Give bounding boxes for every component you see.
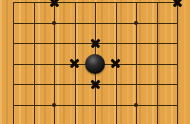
board-grid <box>3 0 188 124</box>
intersection-c8-r4[interactable] <box>146 53 167 74</box>
x-marker <box>90 79 100 89</box>
intersection-c1-r6[interactable] <box>3 94 24 115</box>
intersection-c2-r2[interactable] <box>23 12 44 33</box>
intersection-c5-r1[interactable] <box>85 0 106 12</box>
intersection-c7-r3[interactable] <box>126 33 147 54</box>
intersection-c4-r6[interactable] <box>64 94 85 115</box>
intersection-c3-r7[interactable] <box>44 115 65 124</box>
intersection-c8-r2[interactable] <box>146 12 167 33</box>
intersection-c7-r1[interactable] <box>126 0 147 12</box>
intersection-c6-r4[interactable] <box>105 53 126 74</box>
intersection-c5-r2[interactable] <box>85 12 106 33</box>
intersection-c3-r1[interactable] <box>44 0 65 12</box>
intersection-c6-r6[interactable] <box>105 94 126 115</box>
intersection-c2-r3[interactable] <box>23 33 44 54</box>
intersection-c5-r7[interactable] <box>85 115 106 124</box>
x-marker <box>70 59 80 69</box>
x-marker <box>172 0 182 7</box>
intersection-c5-r3[interactable] <box>85 33 106 54</box>
intersection-c9-r5[interactable] <box>167 74 188 95</box>
intersection-c4-r2[interactable] <box>64 12 85 33</box>
intersection-c8-r3[interactable] <box>146 33 167 54</box>
intersection-c2-r5[interactable] <box>23 74 44 95</box>
intersection-c1-r2[interactable] <box>3 12 24 33</box>
star-point <box>134 103 138 107</box>
intersection-c6-r3[interactable] <box>105 33 126 54</box>
intersection-c6-r5[interactable] <box>105 74 126 95</box>
intersection-c7-r4[interactable] <box>126 53 147 74</box>
star-point <box>134 21 138 25</box>
intersection-c9-r1[interactable] <box>167 0 188 12</box>
star-point <box>52 103 56 107</box>
intersection-c1-r4[interactable] <box>3 53 24 74</box>
intersection-c8-r6[interactable] <box>146 94 167 115</box>
intersection-c4-r1[interactable] <box>64 0 85 12</box>
intersection-c7-r2[interactable] <box>126 12 147 33</box>
intersection-c7-r7[interactable] <box>126 115 147 124</box>
star-point <box>52 21 56 25</box>
intersection-c8-r5[interactable] <box>146 74 167 95</box>
intersection-c7-r6[interactable] <box>126 94 147 115</box>
intersection-c5-r6[interactable] <box>85 94 106 115</box>
intersection-c3-r6[interactable] <box>44 94 65 115</box>
intersection-c1-r1[interactable] <box>3 0 24 12</box>
intersection-c7-r5[interactable] <box>126 74 147 95</box>
intersection-c9-r6[interactable] <box>167 94 188 115</box>
intersection-c2-r4[interactable] <box>23 53 44 74</box>
intersection-c6-r1[interactable] <box>105 0 126 12</box>
intersection-c9-r3[interactable] <box>167 33 188 54</box>
intersection-c1-r7[interactable] <box>3 115 24 124</box>
intersection-c3-r3[interactable] <box>44 33 65 54</box>
black-stone[interactable] <box>85 54 105 74</box>
intersection-c3-r2[interactable] <box>44 12 65 33</box>
intersection-c1-r5[interactable] <box>3 74 24 95</box>
intersection-c1-r3[interactable] <box>3 33 24 54</box>
x-marker <box>49 0 59 7</box>
x-marker <box>90 38 100 48</box>
intersection-c3-r5[interactable] <box>44 74 65 95</box>
intersection-c2-r7[interactable] <box>23 115 44 124</box>
intersection-c8-r1[interactable] <box>146 0 167 12</box>
intersection-c4-r5[interactable] <box>64 74 85 95</box>
intersection-c4-r7[interactable] <box>64 115 85 124</box>
intersection-c3-r4[interactable] <box>44 53 65 74</box>
x-marker <box>111 59 121 69</box>
intersection-c8-r7[interactable] <box>146 115 167 124</box>
intersection-c2-r1[interactable] <box>23 0 44 12</box>
intersection-c9-r7[interactable] <box>167 115 188 124</box>
intersection-c4-r4[interactable] <box>64 53 85 74</box>
intersection-c5-r4[interactable] <box>85 53 106 74</box>
intersection-c6-r7[interactable] <box>105 115 126 124</box>
intersection-c6-r2[interactable] <box>105 12 126 33</box>
intersection-c5-r5[interactable] <box>85 74 106 95</box>
intersection-c9-r2[interactable] <box>167 12 188 33</box>
go-board <box>0 0 190 124</box>
intersection-c9-r4[interactable] <box>167 53 188 74</box>
intersection-c2-r6[interactable] <box>23 94 44 115</box>
intersection-c4-r3[interactable] <box>64 33 85 54</box>
